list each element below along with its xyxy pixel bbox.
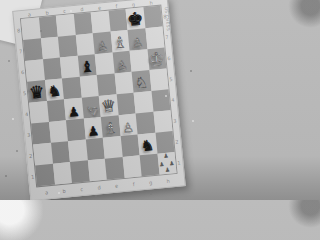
square-f7: ♗ — [110, 30, 129, 53]
white-bishop-f7: ♗ — [113, 35, 128, 51]
square-e3: ♗ — [101, 115, 120, 138]
rank-label: 6 — [167, 54, 171, 60]
square-c4: ♟ — [64, 98, 83, 121]
square-g8: ♚ — [126, 7, 145, 30]
file-label: e — [115, 183, 119, 189]
white-knight-g5: ♘ — [134, 75, 149, 91]
square-d5 — [79, 75, 98, 98]
square-h8 — [143, 6, 162, 29]
black-queen-a5: ♛ — [28, 83, 45, 101]
rank-label: 7 — [19, 48, 23, 54]
square-b2 — [51, 141, 70, 164]
rank-label: 8 — [17, 27, 21, 33]
rank-label: 4 — [171, 96, 175, 102]
file-label: h — [166, 178, 170, 184]
white-king-h6: ♔ — [148, 50, 166, 69]
file-label: d — [80, 6, 84, 12]
file-label: g — [149, 179, 153, 185]
logo-pawn-icon: ♟ — [159, 161, 165, 167]
rank-label: 7 — [165, 34, 169, 40]
rank-label: 3 — [173, 117, 177, 123]
square-f6: ♙ — [112, 51, 131, 74]
square-e6 — [95, 53, 114, 76]
square-d2 — [85, 138, 104, 161]
square-g3 — [136, 112, 155, 135]
square-f5 — [114, 72, 133, 95]
rank-label: 4 — [25, 110, 29, 116]
file-label: c — [80, 186, 83, 192]
square-c5 — [62, 77, 81, 100]
square-h4 — [151, 89, 170, 112]
square-h1: ♟♟♟♟ — [157, 152, 176, 175]
square-a7 — [23, 38, 42, 61]
photo-grain-speck — [190, 70, 192, 72]
photo-grain-speck — [8, 60, 10, 62]
rank-label: 1 — [31, 173, 35, 179]
square-e1 — [105, 157, 124, 180]
square-c3 — [66, 119, 85, 142]
white-pawn-f6: ♙ — [116, 58, 129, 72]
file-label: e — [98, 4, 102, 10]
photo-grain-speck — [192, 120, 194, 122]
square-g5: ♘ — [132, 70, 151, 93]
photo-grain-speck — [16, 150, 18, 152]
square-h7 — [145, 27, 164, 50]
photo-grain-speck — [5, 175, 7, 177]
rank-label: 6 — [21, 69, 25, 75]
white-pawn-f3: ♙ — [122, 121, 135, 135]
square-b5: ♞ — [44, 78, 63, 101]
square-a5: ♛ — [27, 80, 46, 103]
square-c1 — [70, 160, 89, 183]
square-d3: ♟ — [83, 117, 102, 140]
logo-pawn-icon: ♟ — [169, 160, 175, 166]
square-b8 — [38, 16, 57, 39]
square-a8 — [21, 17, 40, 40]
photo-grain-speck — [95, 195, 97, 197]
square-b4 — [47, 99, 66, 122]
black-pawn-c4: ♟ — [68, 105, 81, 119]
rank-label: 2 — [175, 138, 179, 144]
square-a1 — [35, 164, 54, 187]
file-label: c — [63, 8, 66, 14]
black-knight-b5: ♞ — [47, 84, 62, 100]
square-g1 — [140, 154, 159, 177]
square-a4 — [29, 101, 48, 124]
rank-label: 1 — [177, 159, 181, 165]
white-queen-e4: ♕ — [100, 97, 117, 115]
square-h5 — [149, 68, 168, 91]
square-c2 — [68, 139, 87, 162]
black-knight-g2: ♞ — [140, 138, 155, 154]
square-h6: ♔ — [147, 47, 166, 70]
photo-grain-speck — [150, 193, 152, 195]
white-bishop-e3: ♗ — [103, 120, 118, 136]
square-h2 — [155, 131, 174, 154]
square-c8 — [56, 14, 75, 37]
file-label: b — [45, 9, 49, 15]
file-label: g — [132, 1, 136, 7]
file-label: a — [45, 189, 49, 195]
file-label: f — [132, 181, 134, 187]
square-d8 — [73, 12, 92, 35]
square-f4 — [116, 93, 135, 116]
black-king-g8: ♚ — [126, 9, 144, 28]
black-pawn-d3: ♟ — [87, 124, 100, 138]
white-pawn-e7: ♙ — [96, 39, 109, 53]
square-b3 — [49, 120, 68, 143]
rank-label: 5 — [23, 89, 27, 95]
square-a3 — [31, 122, 50, 145]
square-d6: ♝ — [77, 54, 96, 77]
board-logo-emblem: ♟♟♟♟ — [157, 152, 176, 175]
square-f8 — [108, 9, 127, 32]
square-b7 — [40, 37, 59, 60]
rank-label: 3 — [27, 131, 31, 137]
square-f2 — [120, 134, 139, 157]
square-e8 — [91, 11, 110, 34]
square-d4: ♙ — [81, 96, 100, 119]
file-label: d — [97, 184, 101, 190]
square-g4 — [134, 91, 153, 114]
vinyl-board-mat: abcdefgh 87654321 87654321 abcdefgh US C… — [12, 0, 186, 200]
white-pawn-g7: ♙ — [131, 36, 144, 50]
square-d1 — [87, 159, 106, 182]
photo-background: { "game": "chess", "scene": "grayscale o… — [0, 0, 200, 200]
square-f3: ♙ — [118, 114, 137, 137]
square-e2 — [103, 136, 122, 159]
square-d7 — [75, 33, 94, 56]
square-b6 — [42, 58, 61, 81]
file-label: a — [28, 11, 32, 17]
square-f1 — [122, 155, 141, 178]
square-e5 — [97, 73, 116, 96]
fallen-white-pawn-d4: ♙ — [83, 102, 100, 118]
board-brand-text: US CHESS — [164, 7, 171, 32]
square-a2 — [33, 143, 52, 166]
black-bishop-d6: ♝ — [80, 59, 95, 75]
photo-grain-speck — [12, 118, 14, 120]
square-g7: ♙ — [128, 28, 147, 51]
square-g2: ♞ — [138, 133, 157, 156]
rank-label: 2 — [29, 152, 33, 158]
square-a6 — [25, 59, 44, 82]
square-c6 — [60, 56, 79, 79]
chess-board: abcdefgh 87654321 87654321 abcdefgh US C… — [12, 0, 186, 200]
square-e4: ♕ — [99, 94, 118, 117]
file-label: h — [149, 0, 153, 6]
file-label: b — [62, 188, 66, 194]
square-e7: ♙ — [93, 32, 112, 55]
rank-label: 5 — [169, 75, 173, 81]
logo-pawn-icon: ♟ — [164, 167, 170, 173]
board-grid: ♚♙♗♙♝♙♔♛♞♘♟♙♕♟♗♙♞♟♟♟♟ — [21, 6, 176, 187]
square-g6 — [130, 49, 149, 72]
square-b1 — [53, 162, 72, 185]
square-c7 — [58, 35, 77, 58]
file-label: f — [115, 3, 117, 9]
square-h3 — [153, 110, 172, 133]
